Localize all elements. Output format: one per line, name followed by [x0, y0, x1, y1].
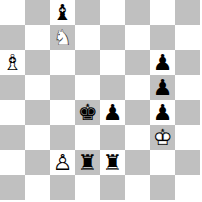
square-g2[interactable] — [150, 150, 175, 175]
white-bishop-fill: ♝ — [0, 50, 25, 75]
chess-board: ♝♞♘♝♗♟♟♚♟♟♚♔♟♙♜♜ — [0, 0, 200, 200]
square-d4[interactable]: ♚ — [75, 100, 100, 125]
square-h4[interactable] — [175, 100, 200, 125]
square-b7[interactable] — [25, 25, 50, 50]
square-e5[interactable] — [100, 75, 125, 100]
square-h8[interactable] — [175, 0, 200, 25]
square-g7[interactable] — [150, 25, 175, 50]
square-c6[interactable] — [50, 50, 75, 75]
square-f4[interactable] — [125, 100, 150, 125]
square-f3[interactable] — [125, 125, 150, 150]
square-b1[interactable] — [25, 175, 50, 200]
square-a7[interactable] — [0, 25, 25, 50]
square-e7[interactable] — [100, 25, 125, 50]
black-pawn[interactable]: ♟ — [150, 75, 175, 100]
square-h6[interactable] — [175, 50, 200, 75]
square-f8[interactable] — [125, 0, 150, 25]
square-c5[interactable] — [50, 75, 75, 100]
square-b5[interactable] — [25, 75, 50, 100]
square-c7[interactable]: ♞♘ — [50, 25, 75, 50]
white-king[interactable]: ♔ — [150, 125, 175, 150]
white-pawn[interactable]: ♙ — [50, 150, 75, 175]
white-knight-fill: ♞ — [50, 25, 75, 50]
square-g1[interactable] — [150, 175, 175, 200]
square-g6[interactable]: ♟ — [150, 50, 175, 75]
square-d8[interactable] — [75, 0, 100, 25]
black-rook[interactable]: ♜ — [75, 150, 100, 175]
square-g3[interactable]: ♚♔ — [150, 125, 175, 150]
square-d2[interactable]: ♜ — [75, 150, 100, 175]
square-c8[interactable]: ♝ — [50, 0, 75, 25]
square-d5[interactable] — [75, 75, 100, 100]
square-h5[interactable] — [175, 75, 200, 100]
black-pawn[interactable]: ♟ — [150, 50, 175, 75]
white-knight[interactable]: ♘ — [50, 25, 75, 50]
square-b4[interactable] — [25, 100, 50, 125]
square-f2[interactable] — [125, 150, 150, 175]
square-b2[interactable] — [25, 150, 50, 175]
square-e2[interactable]: ♜ — [100, 150, 125, 175]
square-g5[interactable]: ♟ — [150, 75, 175, 100]
square-a1[interactable] — [0, 175, 25, 200]
square-d1[interactable] — [75, 175, 100, 200]
square-b8[interactable] — [25, 0, 50, 25]
square-a5[interactable] — [0, 75, 25, 100]
square-h7[interactable] — [175, 25, 200, 50]
square-f5[interactable] — [125, 75, 150, 100]
square-h3[interactable] — [175, 125, 200, 150]
square-c1[interactable] — [50, 175, 75, 200]
black-pawn[interactable]: ♟ — [100, 100, 125, 125]
square-c2[interactable]: ♟♙ — [50, 150, 75, 175]
square-d3[interactable] — [75, 125, 100, 150]
black-rook[interactable]: ♜ — [100, 150, 125, 175]
square-f6[interactable] — [125, 50, 150, 75]
square-g8[interactable] — [150, 0, 175, 25]
white-pawn-fill: ♟ — [50, 150, 75, 175]
square-h1[interactable] — [175, 175, 200, 200]
black-bishop[interactable]: ♝ — [50, 0, 75, 25]
square-b6[interactable] — [25, 50, 50, 75]
square-h2[interactable] — [175, 150, 200, 175]
square-a4[interactable] — [0, 100, 25, 125]
square-c3[interactable] — [50, 125, 75, 150]
square-f7[interactable] — [125, 25, 150, 50]
square-g4[interactable]: ♟ — [150, 100, 175, 125]
square-b3[interactable] — [25, 125, 50, 150]
square-e1[interactable] — [100, 175, 125, 200]
square-d6[interactable] — [75, 50, 100, 75]
black-pawn[interactable]: ♟ — [150, 100, 175, 125]
square-c4[interactable] — [50, 100, 75, 125]
white-bishop[interactable]: ♗ — [0, 50, 25, 75]
square-a8[interactable] — [0, 0, 25, 25]
square-e6[interactable] — [100, 50, 125, 75]
square-e4[interactable]: ♟ — [100, 100, 125, 125]
square-e3[interactable] — [100, 125, 125, 150]
square-f1[interactable] — [125, 175, 150, 200]
square-a6[interactable]: ♝♗ — [0, 50, 25, 75]
white-king-fill: ♚ — [150, 125, 175, 150]
black-king[interactable]: ♚ — [75, 100, 100, 125]
square-d7[interactable] — [75, 25, 100, 50]
square-a3[interactable] — [0, 125, 25, 150]
square-a2[interactable] — [0, 150, 25, 175]
square-e8[interactable] — [100, 0, 125, 25]
